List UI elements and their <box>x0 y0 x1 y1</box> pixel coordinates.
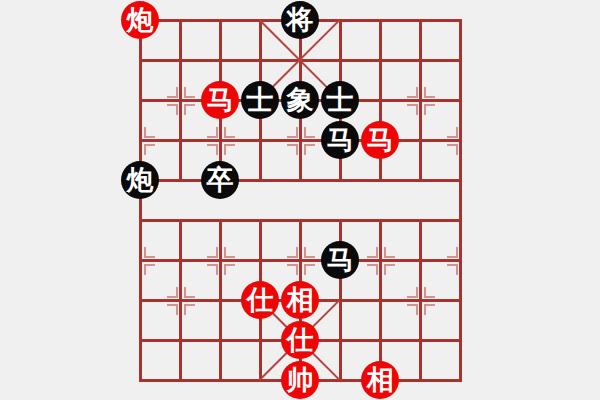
position-marker <box>447 264 458 275</box>
piece-red-cannon[interactable]: 炮 <box>121 1 159 39</box>
piece-red-advisor[interactable]: 仕 <box>281 321 319 359</box>
piece-black-elephant[interactable]: 象 <box>281 81 319 119</box>
position-marker <box>384 264 395 275</box>
xiangqi-board: 炮将马士象士马马炮卒马仕相仕帅相 <box>140 20 460 380</box>
piece-black-cannon[interactable]: 炮 <box>121 161 159 199</box>
position-marker <box>447 127 458 138</box>
position-marker <box>184 287 195 298</box>
position-marker <box>287 264 298 275</box>
position-marker <box>407 104 418 115</box>
position-marker <box>304 264 315 275</box>
position-marker <box>207 144 218 155</box>
grid-line-vertical <box>179 19 182 182</box>
position-marker <box>224 127 235 138</box>
position-marker <box>287 144 298 155</box>
piece-red-horse[interactable]: 马 <box>201 81 239 119</box>
grid-line-vertical <box>139 19 142 382</box>
position-marker <box>287 247 298 258</box>
position-marker <box>424 87 435 98</box>
position-marker <box>144 127 155 138</box>
position-marker <box>407 87 418 98</box>
piece-red-elephant[interactable]: 相 <box>281 281 319 319</box>
position-marker <box>304 127 315 138</box>
position-marker <box>407 287 418 298</box>
position-marker <box>424 104 435 115</box>
position-marker <box>367 264 378 275</box>
position-marker <box>224 247 235 258</box>
grid-line-vertical <box>219 219 222 382</box>
piece-red-horse[interactable]: 马 <box>361 121 399 159</box>
piece-black-horse[interactable]: 马 <box>321 121 359 159</box>
position-marker <box>167 104 178 115</box>
piece-red-elephant[interactable]: 相 <box>361 361 399 399</box>
grid-line-vertical <box>459 19 462 382</box>
piece-black-soldier[interactable]: 卒 <box>201 161 239 199</box>
position-marker <box>184 87 195 98</box>
grid-line-vertical <box>419 19 422 182</box>
position-marker <box>144 264 155 275</box>
piece-black-advisor[interactable]: 士 <box>241 81 279 119</box>
grid-line-vertical <box>179 219 182 382</box>
position-marker <box>447 144 458 155</box>
grid-line-vertical <box>419 219 422 382</box>
position-marker <box>184 104 195 115</box>
position-marker <box>424 304 435 315</box>
position-marker <box>207 127 218 138</box>
position-marker <box>207 264 218 275</box>
position-marker <box>447 247 458 258</box>
position-marker <box>304 247 315 258</box>
position-marker <box>167 287 178 298</box>
position-marker <box>424 287 435 298</box>
position-marker <box>144 247 155 258</box>
position-marker <box>224 144 235 155</box>
position-marker <box>367 247 378 258</box>
position-marker <box>384 247 395 258</box>
piece-red-general[interactable]: 帅 <box>281 361 319 399</box>
piece-red-advisor[interactable]: 仕 <box>241 281 279 319</box>
position-marker <box>167 304 178 315</box>
position-marker <box>224 264 235 275</box>
position-marker <box>304 144 315 155</box>
piece-black-advisor[interactable]: 士 <box>321 81 359 119</box>
position-marker <box>287 127 298 138</box>
position-marker <box>167 87 178 98</box>
position-marker <box>207 247 218 258</box>
grid-line-vertical <box>379 219 382 382</box>
position-marker <box>184 304 195 315</box>
piece-black-horse[interactable]: 马 <box>321 241 359 279</box>
position-marker <box>144 144 155 155</box>
position-marker <box>407 304 418 315</box>
piece-black-general[interactable]: 将 <box>281 1 319 39</box>
board-stage: 炮将马士象士马马炮卒马仕相仕帅相 <box>0 0 600 400</box>
